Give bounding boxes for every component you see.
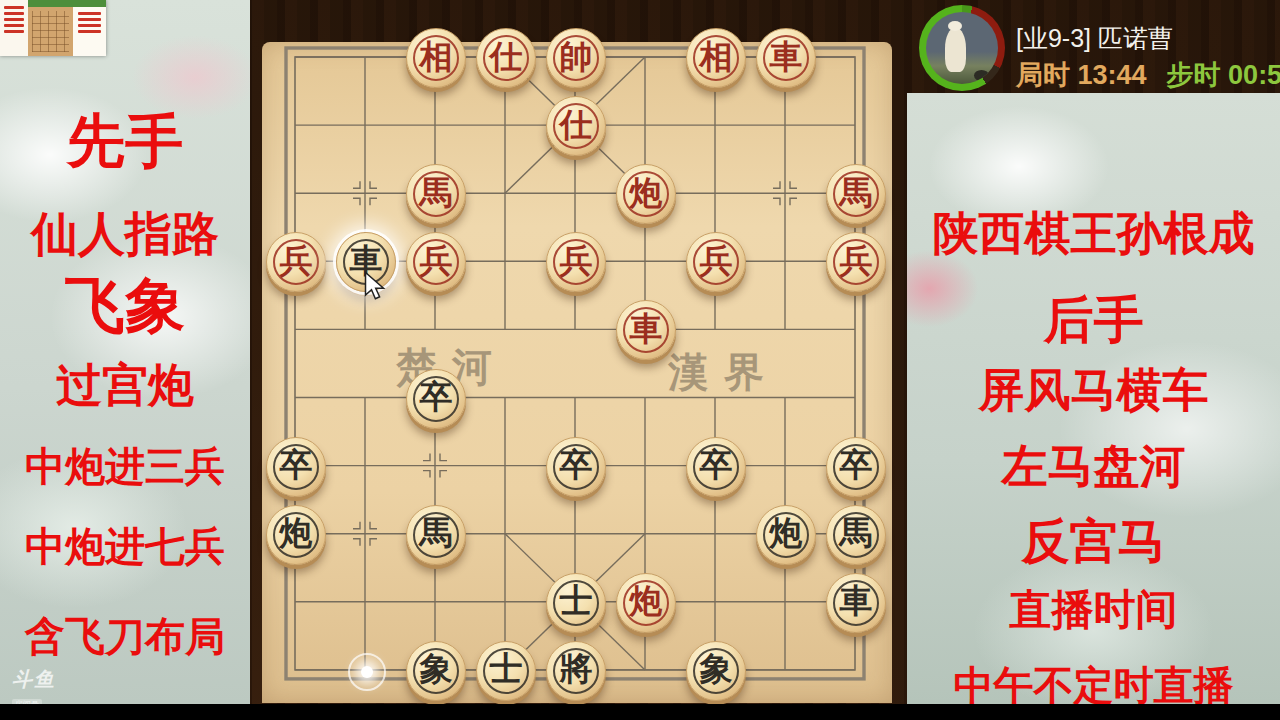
piece-black-卒[interactable]: 卒 [266, 437, 326, 497]
step-time: 步时 00:56 [1167, 60, 1280, 90]
piece-black-象[interactable]: 象 [686, 641, 746, 701]
piece-red-相[interactable]: 相 [406, 28, 466, 88]
clocks: 局时 13:44步时 00:56 [1016, 57, 1280, 93]
piece-black-車[interactable]: 車 [826, 573, 886, 633]
piece-black-士[interactable]: 士 [476, 641, 536, 701]
move-origin-marker [348, 653, 386, 691]
piece-glyph: 卒 [687, 438, 745, 496]
piece-glyph: 將 [547, 642, 605, 700]
game-time: 局时 13:44 [1016, 60, 1147, 90]
piece-glyph: 卒 [407, 370, 465, 428]
piece-glyph: 馬 [827, 165, 885, 223]
piece-red-炮[interactable]: 炮 [616, 164, 676, 224]
piece-glyph: 馬 [407, 506, 465, 564]
piece-glyph: 炮 [757, 506, 815, 564]
piece-red-相[interactable]: 相 [686, 28, 746, 88]
piece-red-兵[interactable]: 兵 [826, 232, 886, 292]
piece-glyph: 兵 [267, 233, 325, 291]
piece-black-象[interactable]: 象 [406, 641, 466, 701]
piece-glyph: 馬 [827, 506, 885, 564]
mouse-cursor [364, 271, 388, 301]
pip-mini-board [28, 0, 73, 56]
douyu-logo: 斗鱼 [12, 666, 62, 693]
pip-left-text [0, 0, 28, 56]
left-line-opening6: 含飞刀布局 [0, 616, 250, 656]
piece-red-炮[interactable]: 炮 [616, 573, 676, 633]
piece-black-士[interactable]: 士 [546, 573, 606, 633]
piece-glyph: 兵 [547, 233, 605, 291]
left-line-opening3: 过宫炮 [0, 362, 250, 408]
piece-red-兵[interactable]: 兵 [266, 232, 326, 292]
piece-black-將[interactable]: 將 [546, 641, 606, 701]
player-avatar[interactable] [919, 5, 1005, 91]
piece-glyph: 車 [827, 574, 885, 632]
left-line-xianshou: 先手 [0, 112, 250, 170]
right-line-title: 陕西棋王孙根成 [907, 210, 1280, 256]
piece-red-仕[interactable]: 仕 [476, 28, 536, 88]
right-line-opening1: 屏风马横车 [907, 367, 1280, 413]
piece-glyph: 象 [687, 642, 745, 700]
pip-thumbnail[interactable] [0, 0, 106, 56]
avatar-hat [948, 21, 962, 31]
avatar-figure [945, 28, 967, 73]
piece-glyph: 兵 [407, 233, 465, 291]
piece-red-仕[interactable]: 仕 [546, 96, 606, 156]
piece-glyph: 卒 [827, 438, 885, 496]
river-label-han: 漢界 [668, 345, 780, 400]
pip-right-text [73, 0, 106, 56]
piece-red-車[interactable]: 車 [756, 28, 816, 88]
left-line-opening5: 中炮进七兵 [0, 526, 250, 566]
left-text-panel: 先手 仙人指路 飞象 过宫炮 中炮进三兵 中炮进七兵 含飞刀布局 [0, 0, 250, 704]
piece-black-炮[interactable]: 炮 [266, 505, 326, 565]
player-name: [业9-3] 匹诺曹 [1016, 22, 1173, 55]
piece-glyph: 炮 [617, 574, 675, 632]
piece-glyph: 相 [407, 29, 465, 87]
piece-glyph: 仕 [547, 97, 605, 155]
piece-glyph: 士 [477, 642, 535, 700]
right-line-schedule-title: 直播时间 [907, 589, 1280, 631]
piece-red-馬[interactable]: 馬 [406, 164, 466, 224]
piece-black-卒[interactable]: 卒 [546, 437, 606, 497]
avatar-image [926, 12, 998, 84]
piece-glyph: 兵 [687, 233, 745, 291]
stream-frame: 楚河 漢界 相仕帥相車仕馬炮馬兵車兵兵兵兵車卒卒卒卒卒炮馬炮馬士炮車象士將象 先… [0, 0, 1280, 720]
piece-glyph: 炮 [267, 506, 325, 564]
right-line-opening3: 反宫马 [907, 518, 1280, 566]
piece-glyph: 車 [617, 301, 675, 359]
right-text-panel: 陕西棋王孙根成 后手 屏风马横车 左马盘河 反宫马 直播时间 中午不定时直播 晚… [907, 93, 1280, 704]
piece-glyph: 士 [547, 574, 605, 632]
piece-glyph: 兵 [827, 233, 885, 291]
right-line-opening2: 左马盘河 [907, 443, 1280, 489]
piece-black-馬[interactable]: 馬 [406, 505, 466, 565]
left-line-opening2: 飞象 [0, 276, 250, 336]
piece-glyph: 卒 [267, 438, 325, 496]
piece-glyph: 仕 [477, 29, 535, 87]
right-line-schedule-noon: 中午不定时直播 [907, 665, 1280, 704]
piece-black-卒[interactable]: 卒 [686, 437, 746, 497]
piece-red-兵[interactable]: 兵 [686, 232, 746, 292]
left-line-opening4: 中炮进三兵 [0, 446, 250, 486]
piece-glyph: 馬 [407, 165, 465, 223]
piece-black-卒[interactable]: 卒 [826, 437, 886, 497]
piece-glyph: 卒 [547, 438, 605, 496]
opponent-info: [业9-3] 匹诺曹 局时 13:44步时 00:56 [912, 0, 1280, 93]
letterbox-bar [0, 704, 1280, 720]
piece-black-馬[interactable]: 馬 [826, 505, 886, 565]
piece-glyph: 炮 [617, 165, 675, 223]
piece-red-兵[interactable]: 兵 [406, 232, 466, 292]
right-line-houshou: 后手 [907, 295, 1280, 345]
piece-red-帥[interactable]: 帥 [546, 28, 606, 88]
piece-red-兵[interactable]: 兵 [546, 232, 606, 292]
piece-glyph: 象 [407, 642, 465, 700]
piece-glyph: 帥 [547, 29, 605, 87]
piece-black-炮[interactable]: 炮 [756, 505, 816, 565]
piece-red-車[interactable]: 車 [616, 300, 676, 360]
piece-glyph: 車 [757, 29, 815, 87]
avatar-shadow [974, 70, 990, 82]
piece-glyph: 相 [687, 29, 745, 87]
piece-black-卒[interactable]: 卒 [406, 369, 466, 429]
piece-red-馬[interactable]: 馬 [826, 164, 886, 224]
left-line-opening1: 仙人指路 [0, 210, 250, 257]
